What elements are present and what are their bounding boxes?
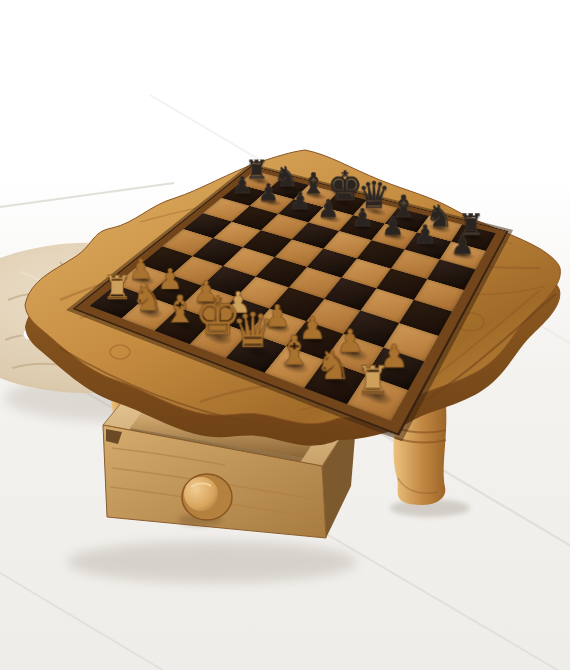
drawer-knob[interactable] bbox=[182, 474, 232, 520]
floor-seam bbox=[355, 418, 570, 575]
square-h1[interactable]: ♜ bbox=[347, 374, 409, 421]
drawer-floor-shadow bbox=[67, 541, 357, 583]
photo-of-olive-wood-chess-table: ♜♞♝♚♛♝♞♜♟♟♟♟♟♟♟♟♟♟♟♟♟♟♟♟♜♞♝♚♛♝♞♜ bbox=[0, 0, 570, 670]
